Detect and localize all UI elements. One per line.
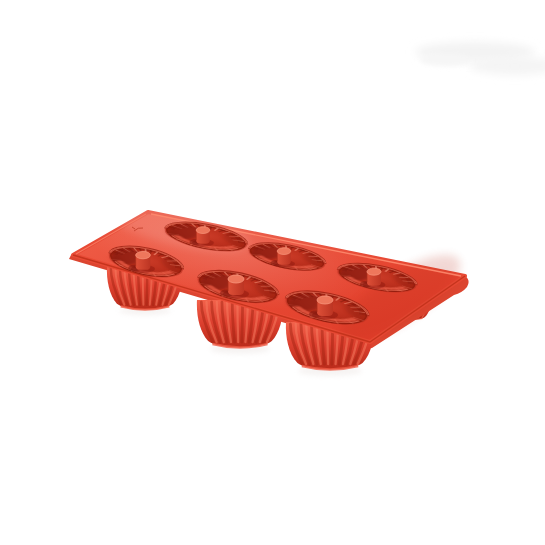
product-photo-canvas: [0, 0, 545, 545]
product-photo: [0, 0, 545, 545]
